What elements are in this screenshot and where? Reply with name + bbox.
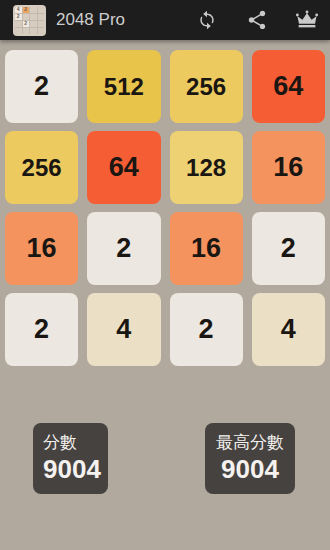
app-logo-cell: 2 [23, 7, 30, 13]
tile-64: 64 [252, 50, 325, 123]
tile-256: 256 [170, 50, 243, 123]
app-logo-cell: 4 [15, 7, 22, 13]
tile-4: 4 [252, 293, 325, 366]
tile-2: 2 [252, 212, 325, 285]
score-panels: 分數 9004 最高分數 9004 [0, 423, 330, 494]
tile-16: 16 [170, 212, 243, 285]
tile-128: 128 [170, 131, 243, 204]
refresh-icon[interactable] [194, 7, 220, 33]
app-logo-cell [38, 7, 45, 13]
app-title: 2048 Pro [56, 10, 170, 30]
app-window: 4222 2048 Pro 25122566425664128161621622… [0, 0, 330, 550]
score-box: 分數 9004 [33, 423, 108, 494]
app-logo-cell [23, 28, 30, 34]
app-logo-icon: 4222 [13, 5, 46, 36]
app-logo-cell [30, 14, 37, 20]
best-score-label: 最高分數 [215, 432, 285, 455]
app-logo-cell [38, 14, 45, 20]
tile-2: 2 [5, 50, 78, 123]
tile-2: 2 [87, 212, 160, 285]
best-score-value: 9004 [215, 455, 285, 485]
app-logo-cell: 2 [15, 14, 22, 20]
app-logo-cell [30, 7, 37, 13]
board[interactable]: 25122566425664128161621622424 [5, 50, 325, 366]
tile-2: 2 [170, 293, 243, 366]
tile-16: 16 [252, 131, 325, 204]
app-logo-cell [23, 14, 30, 20]
app-logo-cell [38, 28, 45, 34]
app-logo-cell [30, 21, 37, 27]
app-logo-cell: 2 [23, 21, 30, 27]
tile-256: 256 [5, 131, 78, 204]
app-logo-cell [30, 28, 37, 34]
app-logo-mini-board: 4222 [15, 7, 44, 34]
tile-64: 64 [87, 131, 160, 204]
score-value: 9004 [43, 455, 98, 485]
score-label: 分數 [43, 432, 98, 455]
tile-2: 2 [5, 293, 78, 366]
tile-512: 512 [87, 50, 160, 123]
app-logo-cell [38, 21, 45, 27]
app-logo-cell [15, 28, 22, 34]
best-score-box: 最高分數 9004 [205, 423, 295, 494]
share-icon[interactable] [244, 7, 270, 33]
tile-16: 16 [5, 212, 78, 285]
action-bar: 4222 2048 Pro [0, 0, 330, 40]
tile-4: 4 [87, 293, 160, 366]
app-logo-cell [15, 21, 22, 27]
crown-icon[interactable] [294, 7, 320, 33]
